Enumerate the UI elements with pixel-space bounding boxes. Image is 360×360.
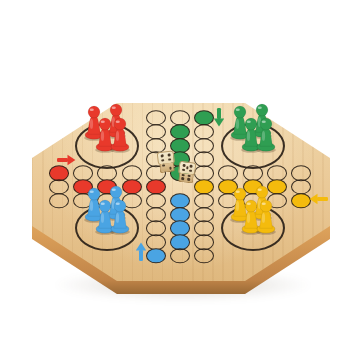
pawn-green-4[interactable] — [255, 117, 277, 153]
product-photo-stage — [0, 0, 360, 360]
start-arrow-green — [215, 107, 227, 127]
start-arrow-red — [56, 152, 76, 164]
start-arrow-yellow — [309, 195, 329, 207]
die-2[interactable] — [177, 161, 202, 188]
pawn-red-4[interactable] — [109, 117, 131, 153]
pawn-yellow-4[interactable] — [255, 199, 277, 235]
pieces-layer — [0, 0, 360, 360]
pawn-blue-4[interactable] — [109, 199, 131, 235]
start-arrow-blue — [133, 242, 145, 262]
